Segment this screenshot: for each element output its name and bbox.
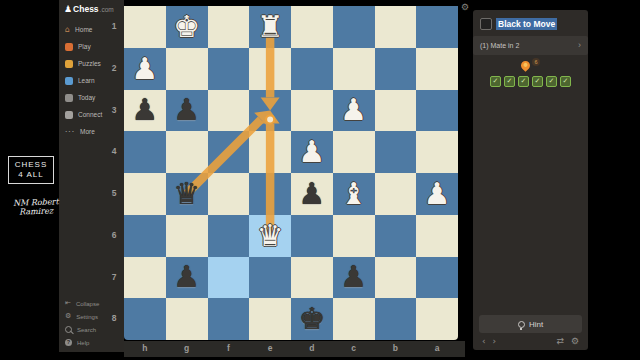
streak-count: 6: [532, 58, 540, 66]
piece-black-pawn[interactable]: ♟: [173, 95, 200, 125]
settings-gear-icon: ⚙: [65, 313, 71, 320]
rank-label-7: 7: [106, 257, 122, 299]
piece-black-pawn[interactable]: ♟: [340, 262, 367, 292]
hint-button[interactable]: Hint: [479, 315, 582, 333]
sidebar-item-label: Learn: [78, 77, 95, 84]
square-h2[interactable]: ♟: [124, 48, 166, 90]
file-label-f: f: [208, 341, 250, 357]
badge-line2: 4 ALL: [9, 170, 53, 180]
square-f2[interactable]: [208, 48, 250, 90]
square-a6[interactable]: [416, 215, 458, 257]
board-settings-gear-icon[interactable]: ⚙: [461, 2, 469, 12]
solved-check-icon: ✓: [490, 76, 501, 87]
square-e4[interactable]: [249, 131, 291, 173]
square-b8[interactable]: [375, 298, 417, 340]
file-label-h: h: [124, 341, 166, 357]
file-label-c: c: [333, 341, 375, 357]
square-h4[interactable]: [124, 131, 166, 173]
square-c8[interactable]: [333, 298, 375, 340]
sidebar-item-puzzles[interactable]: Puzzles: [65, 55, 102, 72]
sidebar-item-more[interactable]: •••More: [65, 123, 102, 140]
piece-black-pawn[interactable]: ♟: [173, 262, 200, 292]
piece-black-queen[interactable]: ♛: [173, 179, 200, 209]
rank-label-4: 4: [106, 131, 122, 173]
square-c2[interactable]: [333, 48, 375, 90]
logo-brand: Chess: [73, 4, 99, 14]
square-f3[interactable]: [208, 90, 250, 132]
file-label-d: d: [291, 341, 333, 357]
piece-white-pawn[interactable]: ♟: [340, 95, 367, 125]
piece-black-king[interactable]: ♚: [298, 304, 325, 334]
square-b7[interactable]: [375, 257, 417, 299]
square-e8[interactable]: [249, 298, 291, 340]
sidebar-item-play[interactable]: Play: [65, 38, 102, 55]
sidebar-item-settings[interactable]: ⚙Settings: [65, 310, 99, 323]
collapse-icon: ⇤: [65, 300, 71, 307]
solved-streak-row: ✓✓✓✓✓✓: [473, 76, 588, 87]
sidebar-item-label: Connect: [78, 111, 102, 118]
forward-button[interactable]: ›: [493, 337, 497, 346]
square-e3[interactable]: [249, 90, 291, 132]
channel-badge: CHESS 4 ALL: [8, 156, 54, 184]
piece-black-pawn[interactable]: ♟: [298, 179, 325, 209]
square-e2[interactable]: [249, 48, 291, 90]
sidebar-item-label: Help: [77, 340, 89, 346]
square-c3[interactable]: ♟: [333, 90, 375, 132]
turn-indicator: Black to Move: [480, 14, 584, 34]
square-g7[interactable]: ♟: [166, 257, 208, 299]
square-f4[interactable]: [208, 131, 250, 173]
square-g8[interactable]: [166, 298, 208, 340]
square-e7[interactable]: [249, 257, 291, 299]
square-a4[interactable]: [416, 131, 458, 173]
square-h3[interactable]: ♟: [124, 90, 166, 132]
solved-check-icon: ✓: [560, 76, 571, 87]
rank-labels: 12345678: [106, 6, 122, 340]
video-frame: ♟ Chess .com ⌂HomePlayPuzzlesLearnTodayC…: [0, 0, 640, 360]
panel-bottom-bar: ‹ › ⇄ ⚙: [482, 336, 579, 347]
square-d5[interactable]: ♟: [291, 173, 333, 215]
square-d1[interactable]: [291, 6, 333, 48]
file-labels: hgfedcba: [124, 341, 465, 357]
sidebar-item-search[interactable]: Search: [65, 323, 99, 336]
square-g1[interactable]: ♚: [166, 6, 208, 48]
square-c7[interactable]: ♟: [333, 257, 375, 299]
more-icon: •••: [65, 130, 75, 134]
sidebar-item-label: Settings: [76, 314, 98, 320]
sidebar-item-label: Play: [78, 43, 91, 50]
square-f8[interactable]: [208, 298, 250, 340]
square-f7[interactable]: [208, 257, 250, 299]
learn-icon: [65, 77, 73, 85]
square-a1[interactable]: [416, 6, 458, 48]
square-g5[interactable]: ♛: [166, 173, 208, 215]
rank-label-1: 1: [106, 6, 122, 48]
square-c4[interactable]: [333, 131, 375, 173]
square-a7[interactable]: [416, 257, 458, 299]
square-a3[interactable]: [416, 90, 458, 132]
square-h1[interactable]: [124, 6, 166, 48]
sidebar-item-today[interactable]: Today: [65, 89, 102, 106]
square-f6[interactable]: [208, 215, 250, 257]
play-icon: [65, 43, 73, 51]
file-label-e: e: [249, 341, 291, 357]
piece-white-king[interactable]: ♚: [173, 12, 200, 42]
file-label-g: g: [166, 341, 208, 357]
square-e1[interactable]: ♜: [249, 6, 291, 48]
search-icon: [65, 326, 72, 333]
square-a8[interactable]: [416, 298, 458, 340]
sidebar-item-connect[interactable]: Connect: [65, 106, 102, 123]
file-label-b: b: [375, 341, 417, 357]
piece-white-pawn[interactable]: ♟: [298, 137, 325, 167]
settings-gear-icon[interactable]: ⚙: [571, 337, 579, 346]
sidebar-item-collapse[interactable]: ⇤Collapse: [65, 297, 99, 310]
sidebar-item-learn[interactable]: Learn: [65, 72, 102, 89]
square-f5[interactable]: [208, 173, 250, 215]
solved-check-icon: ✓: [504, 76, 515, 87]
streak-indicator: 6: [473, 58, 588, 70]
square-g3[interactable]: ♟: [166, 90, 208, 132]
piece-white-pawn[interactable]: ♟: [131, 54, 158, 84]
piece-white-bishop[interactable]: ♝: [340, 179, 367, 209]
streamer-signature: NM Robert Ramirez: [0, 197, 72, 218]
rank-label-2: 2: [106, 48, 122, 90]
square-c6[interactable]: [333, 215, 375, 257]
square-g4[interactable]: [166, 131, 208, 173]
square-b3[interactable]: [375, 90, 417, 132]
home-icon: ⌂: [65, 26, 70, 34]
square-d8[interactable]: ♚: [291, 298, 333, 340]
board-container: ♚♜♟♟♟♟♟♛♟♝♟♛♟♟♚: [124, 6, 458, 340]
square-h5[interactable]: [124, 173, 166, 215]
sidebar-item-help[interactable]: ?Help: [65, 336, 99, 349]
square-d7[interactable]: [291, 257, 333, 299]
lightbulb-icon: [518, 321, 525, 328]
rank-label-8: 8: [106, 298, 122, 340]
black-turn-icon: [480, 18, 492, 30]
solved-check-icon: ✓: [518, 76, 529, 87]
sidebar-item-label: Puzzles: [78, 60, 101, 67]
square-h6[interactable]: [124, 215, 166, 257]
rank-label-3: 3: [106, 90, 122, 132]
streak-flame-icon: [519, 59, 532, 72]
square-a2[interactable]: [416, 48, 458, 90]
sidebar-item-label: Home: [75, 26, 92, 33]
square-b6[interactable]: [375, 215, 417, 257]
puzzles-icon: [65, 60, 73, 68]
help-icon: ?: [65, 339, 72, 346]
solved-check-icon: ✓: [546, 76, 557, 87]
pawn-logo-icon: ♟: [64, 5, 72, 14]
square-b4[interactable]: [375, 131, 417, 173]
sidebar-item-label: More: [80, 128, 95, 135]
turn-indicator-label: Black to Move: [496, 18, 557, 30]
puzzle-objective-label: (1) Mate in 2: [480, 42, 578, 49]
square-d3[interactable]: [291, 90, 333, 132]
back-button[interactable]: ‹: [482, 337, 486, 346]
square-b2[interactable]: [375, 48, 417, 90]
square-d2[interactable]: [291, 48, 333, 90]
sidebar-item-home[interactable]: ⌂Home: [65, 21, 102, 38]
today-icon: [65, 94, 73, 102]
square-e6[interactable]: ♛: [249, 215, 291, 257]
square-f1[interactable]: [208, 6, 250, 48]
square-d4[interactable]: ♟: [291, 131, 333, 173]
sidebar-menu: ⌂HomePlayPuzzlesLearnTodayConnect•••More: [65, 21, 102, 140]
square-a5[interactable]: ♟: [416, 173, 458, 215]
flip-board-icon[interactable]: ⇄: [556, 337, 564, 346]
rank-label-5: 5: [106, 173, 122, 215]
square-e5[interactable]: [249, 173, 291, 215]
piece-black-pawn[interactable]: ♟: [131, 95, 158, 125]
puzzle-objective-bar[interactable]: (1) Mate in 2 ›: [473, 36, 588, 55]
puzzle-panel: Black to Move (1) Mate in 2 › 6 ✓✓✓✓✓✓ H…: [473, 10, 588, 350]
sidebar-item-label: Search: [77, 327, 96, 333]
square-h8[interactable]: [124, 298, 166, 340]
connect-icon: [65, 111, 73, 119]
piece-white-queen[interactable]: ♛: [257, 221, 284, 251]
square-d6[interactable]: [291, 215, 333, 257]
piece-white-pawn[interactable]: ♟: [424, 179, 451, 209]
chevron-right-icon[interactable]: ›: [578, 41, 581, 50]
sidebar-footer: ⇤Collapse⚙SettingsSearch?Help: [65, 297, 99, 349]
sidebar-item-label: Today: [78, 94, 95, 101]
badge-line1: CHESS: [9, 160, 53, 170]
file-label-a: a: [416, 341, 458, 357]
square-b5[interactable]: [375, 173, 417, 215]
piece-white-rook[interactable]: ♜: [257, 12, 284, 42]
sidebar-item-label: Collapse: [76, 301, 99, 307]
square-c5[interactable]: ♝: [333, 173, 375, 215]
square-h7[interactable]: [124, 257, 166, 299]
hint-label: Hint: [529, 320, 543, 329]
square-b1[interactable]: [375, 6, 417, 48]
square-g2[interactable]: [166, 48, 208, 90]
solved-check-icon: ✓: [532, 76, 543, 87]
square-g6[interactable]: [166, 215, 208, 257]
chess-board[interactable]: ♚♜♟♟♟♟♟♛♟♝♟♛♟♟♚: [124, 6, 458, 340]
square-c1[interactable]: [333, 6, 375, 48]
rank-label-6: 6: [106, 215, 122, 257]
